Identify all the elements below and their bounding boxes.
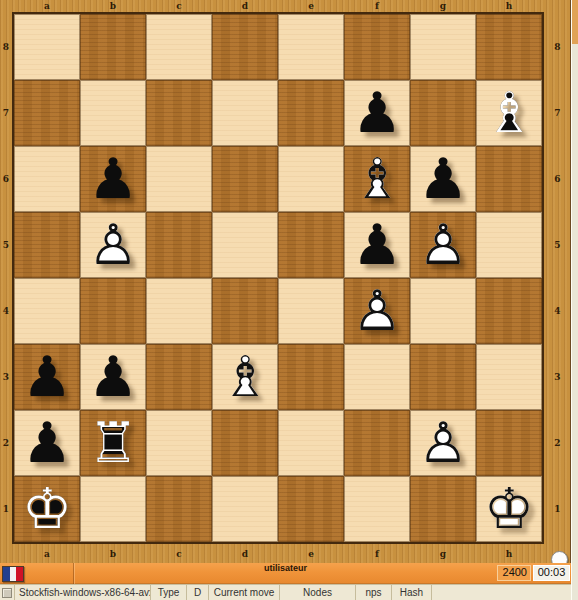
square-h7[interactable]: ♝♗ xyxy=(476,80,542,146)
square-f2[interactable] xyxy=(344,410,410,476)
square-g5[interactable]: ♟♙ xyxy=(410,212,476,278)
square-b3[interactable]: ♟ xyxy=(80,344,146,410)
square-f8[interactable] xyxy=(344,14,410,80)
square-e1[interactable] xyxy=(278,476,344,542)
square-h5[interactable] xyxy=(476,212,542,278)
square-b4[interactable] xyxy=(80,278,146,344)
engine-status-cell xyxy=(0,585,15,600)
player-clock: 00:03 xyxy=(533,565,570,581)
square-d3[interactable]: ♝♗ xyxy=(212,344,278,410)
coord-label-5: 5 xyxy=(544,212,571,278)
coord-label-2: 2 xyxy=(544,410,571,476)
coord-label-c: c xyxy=(146,546,212,563)
rank-labels-right: 87654321 xyxy=(544,14,571,542)
square-f7[interactable]: ♟ xyxy=(344,80,410,146)
player-name: utilisateur xyxy=(0,563,571,584)
square-c3[interactable] xyxy=(146,344,212,410)
black-pawn-piece: ♟ xyxy=(344,212,410,278)
square-d5[interactable] xyxy=(212,212,278,278)
square-g4[interactable] xyxy=(410,278,476,344)
black-pawn-piece: ♟ xyxy=(14,410,80,476)
coord-label-f: f xyxy=(344,0,410,12)
coord-label-8: 8 xyxy=(0,14,12,80)
black-pawn-piece: ♟ xyxy=(344,80,410,146)
white-pawn-piece: ♟♙ xyxy=(410,212,476,278)
piece-detail: ♔ xyxy=(14,476,80,542)
piece-detail: ♔ xyxy=(476,476,542,542)
white-bishop-piece: ♝♗ xyxy=(344,146,410,212)
square-h2[interactable] xyxy=(476,410,542,476)
coord-label-4: 4 xyxy=(544,278,571,344)
coord-label-2: 2 xyxy=(0,410,12,476)
coord-label-a: a xyxy=(14,546,80,563)
coord-label-5: 5 xyxy=(0,212,12,278)
square-a4[interactable] xyxy=(14,278,80,344)
coord-label-d: d xyxy=(212,546,278,563)
coord-label-6: 6 xyxy=(0,146,12,212)
piece-detail: ♙ xyxy=(410,410,476,476)
coord-label-g: g xyxy=(410,0,476,12)
piece-detail: ♗ xyxy=(344,146,410,212)
piece-detail: ♗ xyxy=(476,80,542,146)
status-depth-label: D xyxy=(187,585,209,600)
black-pawn-piece: ♟ xyxy=(14,344,80,410)
coord-label-1: 1 xyxy=(0,476,12,542)
coord-label-g: g xyxy=(410,546,476,563)
square-d7[interactable] xyxy=(212,80,278,146)
square-b5[interactable]: ♟♙ xyxy=(80,212,146,278)
coord-label-h: h xyxy=(476,546,542,563)
square-a1[interactable]: ♚♔ xyxy=(14,476,80,542)
coord-label-f: f xyxy=(344,546,410,563)
square-g6[interactable]: ♟ xyxy=(410,146,476,212)
status-hash-label: Hash xyxy=(392,585,432,600)
player-rating: 2400 xyxy=(497,565,531,581)
file-labels-bottom: abcdefgh xyxy=(14,546,542,563)
file-labels-top: abcdefgh xyxy=(14,0,542,12)
square-c4[interactable] xyxy=(146,278,212,344)
square-h8[interactable] xyxy=(476,14,542,80)
square-c8[interactable] xyxy=(146,14,212,80)
coord-label-h: h xyxy=(476,0,542,12)
status-bar: Stockfish-windows-x86-64-avx2 Type D Cur… xyxy=(0,584,578,600)
square-f6[interactable]: ♝♗ xyxy=(344,146,410,212)
square-h6[interactable] xyxy=(476,146,542,212)
board-grid: ♟♝♗♟♝♗♟♟♙♟♟♙♟♙♟♟♝♗♟♜♖♟♙♚♔♚♔ xyxy=(12,12,544,544)
black-pawn-piece: ♟ xyxy=(80,146,146,212)
square-b2[interactable]: ♜♖ xyxy=(80,410,146,476)
square-h3[interactable] xyxy=(476,344,542,410)
engine-icon xyxy=(2,588,12,598)
square-c7[interactable] xyxy=(146,80,212,146)
square-a2[interactable]: ♟ xyxy=(14,410,80,476)
black-rook-piece: ♜♖ xyxy=(80,410,146,476)
piece-fill: ♟ xyxy=(344,80,410,146)
coord-label-e: e xyxy=(278,546,344,563)
coord-label-a: a xyxy=(14,0,80,12)
square-d6[interactable] xyxy=(212,146,278,212)
engine-name: Stockfish-windows-x86-64-avx2 xyxy=(15,585,151,600)
status-current-move-label: Current move xyxy=(209,585,280,600)
black-king-piece: ♚♔ xyxy=(14,476,80,542)
black-pawn-piece: ♟ xyxy=(80,344,146,410)
piece-detail: ♗ xyxy=(212,344,278,410)
piece-detail: ♖ xyxy=(80,410,146,476)
square-b8[interactable] xyxy=(80,14,146,80)
status-nps-label: nps xyxy=(356,585,392,600)
square-a8[interactable] xyxy=(14,14,80,80)
coord-label-4: 4 xyxy=(0,278,12,344)
coord-label-3: 3 xyxy=(544,344,571,410)
white-pawn-piece: ♟♙ xyxy=(80,212,146,278)
status-type-label: Type xyxy=(151,585,187,600)
coord-label-7: 7 xyxy=(0,80,12,146)
black-bishop-piece: ♝♗ xyxy=(476,80,542,146)
coord-label-e: e xyxy=(278,0,344,12)
coord-label-1: 1 xyxy=(544,476,571,542)
square-e2[interactable] xyxy=(278,410,344,476)
square-a7[interactable] xyxy=(14,80,80,146)
right-edge-panel-top xyxy=(572,0,578,44)
square-d2[interactable] xyxy=(212,410,278,476)
square-g3[interactable] xyxy=(410,344,476,410)
right-edge-panel xyxy=(571,0,578,600)
square-e8[interactable] xyxy=(278,14,344,80)
square-e6[interactable] xyxy=(278,146,344,212)
piece-detail: ♙ xyxy=(80,212,146,278)
player-bar: utilisateur 2400 00:03 xyxy=(0,563,571,584)
black-pawn-piece: ♟ xyxy=(410,146,476,212)
square-c6[interactable] xyxy=(146,146,212,212)
square-g1[interactable] xyxy=(410,476,476,542)
piece-fill: ♟ xyxy=(14,410,80,476)
coord-label-7: 7 xyxy=(544,80,571,146)
status-bar-empty xyxy=(432,585,578,600)
square-h1[interactable]: ♚♔ xyxy=(476,476,542,542)
square-b7[interactable] xyxy=(80,80,146,146)
square-g8[interactable] xyxy=(410,14,476,80)
white-king-piece: ♚♔ xyxy=(476,476,542,542)
white-pawn-piece: ♟♙ xyxy=(410,410,476,476)
coord-label-8: 8 xyxy=(544,14,571,80)
square-e7[interactable] xyxy=(278,80,344,146)
piece-fill: ♟ xyxy=(344,212,410,278)
coord-label-b: b xyxy=(80,546,146,563)
status-nodes-label: Nodes xyxy=(280,585,356,600)
square-d8[interactable] xyxy=(212,14,278,80)
piece-detail: ♙ xyxy=(410,212,476,278)
chess-board-frame: abcdefgh 87654321 ♟♝♗♟♝♗♟♟♙♟♟♙♟♙♟♟♝♗♟♜♖♟… xyxy=(0,0,571,563)
square-g7[interactable] xyxy=(410,80,476,146)
piece-detail: ♙ xyxy=(344,278,410,344)
square-e3[interactable] xyxy=(278,344,344,410)
square-c2[interactable] xyxy=(146,410,212,476)
coord-label-c: c xyxy=(146,0,212,12)
coord-label-6: 6 xyxy=(544,146,571,212)
white-bishop-piece: ♝♗ xyxy=(212,344,278,410)
piece-fill: ♟ xyxy=(410,146,476,212)
white-pawn-piece: ♟♙ xyxy=(344,278,410,344)
square-h4[interactable] xyxy=(476,278,542,344)
square-f5[interactable]: ♟ xyxy=(344,212,410,278)
square-b1[interactable] xyxy=(80,476,146,542)
piece-fill: ♟ xyxy=(80,146,146,212)
square-a6[interactable] xyxy=(14,146,80,212)
square-e5[interactable] xyxy=(278,212,344,278)
square-g2[interactable]: ♟♙ xyxy=(410,410,476,476)
coord-label-b: b xyxy=(80,0,146,12)
piece-fill: ♟ xyxy=(14,344,80,410)
square-e4[interactable] xyxy=(278,278,344,344)
square-c5[interactable] xyxy=(146,212,212,278)
square-b6[interactable]: ♟ xyxy=(80,146,146,212)
square-f3[interactable] xyxy=(344,344,410,410)
square-a3[interactable]: ♟ xyxy=(14,344,80,410)
square-f1[interactable] xyxy=(344,476,410,542)
square-f4[interactable]: ♟♙ xyxy=(344,278,410,344)
square-a5[interactable] xyxy=(14,212,80,278)
coord-label-3: 3 xyxy=(0,344,12,410)
piece-fill: ♟ xyxy=(80,344,146,410)
rank-labels-left: 87654321 xyxy=(0,14,12,542)
square-c1[interactable] xyxy=(146,476,212,542)
coord-label-d: d xyxy=(212,0,278,12)
square-d1[interactable] xyxy=(212,476,278,542)
square-d4[interactable] xyxy=(212,278,278,344)
